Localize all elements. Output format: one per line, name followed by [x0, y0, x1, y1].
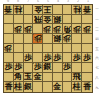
square-5-8[interactable]: [43, 73, 53, 83]
rank-label-7: 七: [95, 65, 98, 71]
square-9-4[interactable]: [4, 34, 14, 44]
square-1-9[interactable]: 香: [82, 82, 92, 92]
square-8-1[interactable]: 桂: [14, 5, 24, 15]
square-7-2[interactable]: [24, 15, 34, 25]
square-6-5[interactable]: [33, 44, 43, 54]
square-9-9[interactable]: 香: [4, 82, 14, 92]
square-8-4[interactable]: [14, 34, 24, 44]
square-7-3[interactable]: 歩: [24, 24, 34, 34]
square-4-4[interactable]: 銀: [53, 34, 63, 44]
square-3-8[interactable]: [63, 73, 73, 83]
piece-gote-金[interactable]: 金: [34, 5, 42, 13]
square-4-9[interactable]: 金: [53, 82, 63, 92]
piece-gote-歩[interactable]: 歩: [43, 25, 51, 33]
file-label-4: 4: [55, 0, 61, 2]
square-4-7[interactable]: [53, 63, 63, 73]
piece-gote-桂[interactable]: 桂: [14, 5, 22, 13]
piece-sente-歩[interactable]: 歩: [53, 54, 61, 62]
square-9-6[interactable]: [4, 53, 14, 63]
square-8-3[interactable]: 歩: [14, 24, 24, 34]
square-8-8[interactable]: 角: [14, 73, 24, 83]
square-4-1[interactable]: [53, 5, 63, 15]
rank-label-6: 六: [95, 56, 98, 62]
piece-gote-香[interactable]: 香: [83, 5, 91, 13]
piece-sente-角[interactable]: 角: [14, 73, 22, 81]
file-label-5: 5: [45, 0, 51, 2]
square-2-5[interactable]: [72, 44, 82, 54]
rank-label-3: 三: [95, 26, 98, 32]
piece-sente-歩[interactable]: 歩: [73, 54, 81, 62]
piece-gote-歩[interactable]: 歩: [4, 44, 12, 52]
piece-sente-歩[interactable]: 歩: [4, 63, 12, 71]
file-label-9: 9: [5, 0, 11, 2]
file-label-1: 1: [85, 0, 91, 2]
square-9-2[interactable]: [4, 15, 14, 25]
piece-sente-桂[interactable]: 桂: [73, 83, 81, 91]
square-9-1[interactable]: 香: [4, 5, 14, 15]
file-label-8: 8: [15, 0, 21, 2]
piece-sente-金[interactable]: 金: [34, 73, 42, 81]
square-2-4[interactable]: [72, 34, 82, 44]
piece-sente-歩[interactable]: 歩: [34, 63, 42, 71]
square-9-7[interactable]: 歩: [4, 63, 14, 73]
piece-sente-歩[interactable]: 歩: [83, 54, 91, 62]
square-2-7[interactable]: [72, 63, 82, 73]
square-2-9[interactable]: 桂: [72, 82, 82, 92]
piece-gote-歩[interactable]: 歩: [24, 25, 32, 33]
square-7-6[interactable]: 歩: [24, 53, 34, 63]
square-3-1[interactable]: [63, 5, 73, 15]
square-6-3[interactable]: [33, 24, 43, 34]
square-8-5[interactable]: [14, 44, 24, 54]
square-3-2[interactable]: [63, 15, 73, 25]
square-3-3[interactable]: 角: [63, 24, 73, 34]
square-7-9[interactable]: 銀: [24, 82, 34, 92]
piece-gote-歩[interactable]: 歩: [63, 34, 71, 42]
piece-sente-歩[interactable]: 歩: [63, 63, 71, 71]
piece-sente-金[interactable]: 金: [53, 83, 61, 91]
square-2-8[interactable]: 飛: [72, 73, 82, 83]
square-1-6[interactable]: 歩: [82, 53, 92, 63]
piece-sente-香[interactable]: 香: [4, 83, 12, 91]
piece-gote-歩[interactable]: 歩: [83, 25, 91, 33]
square-7-8[interactable]: 玉: [24, 73, 34, 83]
rank-label-9: 九: [95, 85, 98, 91]
piece-sente-歩[interactable]: 歩: [43, 54, 51, 62]
piece-gote-金[interactable]: 金: [43, 15, 51, 23]
file-label-3: 3: [65, 0, 71, 2]
square-6-9[interactable]: [33, 82, 43, 92]
piece-sente-玉[interactable]: 玉: [24, 73, 32, 81]
piece-sente-香[interactable]: 香: [83, 83, 91, 91]
shogi-board: 香桂金王桂香飛金銀歩歩歩歩角歩歩歩銀歩歩歩歩歩歩歩歩歩歩銀歩角玉金飛香桂銀金桂香: [3, 4, 93, 93]
rank-label-8: 八: [95, 75, 98, 81]
square-4-3[interactable]: 歩: [53, 24, 63, 34]
square-1-1[interactable]: 香: [82, 5, 92, 15]
square-5-6[interactable]: 歩: [43, 53, 53, 63]
square-6-1[interactable]: 金: [33, 5, 43, 15]
rank-coordinates: 一二三四五六七八九: [94, 4, 100, 93]
piece-sente-飛[interactable]: 飛: [73, 73, 81, 81]
square-5-9[interactable]: [43, 82, 53, 92]
square-6-2[interactable]: 飛: [33, 15, 43, 25]
square-9-5[interactable]: 歩: [4, 44, 14, 54]
square-7-7[interactable]: [24, 63, 34, 73]
square-2-2[interactable]: [72, 15, 82, 25]
square-6-7[interactable]: 歩: [33, 63, 43, 73]
rank-label-1: 一: [95, 6, 98, 12]
piece-gote-歩[interactable]: 歩: [73, 25, 81, 33]
square-5-5[interactable]: [43, 44, 53, 54]
piece-gote-歩[interactable]: 歩: [14, 25, 22, 33]
rank-label-4: 四: [95, 36, 98, 42]
square-8-9[interactable]: 桂: [14, 82, 24, 92]
shogi-diagram: 987654321 一二三四五六七八九 香桂金王桂香飛金銀歩歩歩歩角歩歩歩銀歩歩…: [0, 0, 100, 100]
square-6-4[interactable]: 歩: [33, 34, 43, 44]
square-1-4[interactable]: [82, 34, 92, 44]
square-7-5[interactable]: [24, 44, 34, 54]
square-4-5[interactable]: [53, 44, 63, 54]
square-7-4[interactable]: [24, 34, 34, 44]
square-9-3[interactable]: [4, 24, 14, 34]
piece-gote-歩[interactable]: 歩: [53, 25, 61, 33]
piece-gote-銀[interactable]: 銀: [53, 15, 61, 23]
piece-sente-桂[interactable]: 桂: [14, 83, 22, 91]
piece-gote-銀[interactable]: 銀: [53, 34, 61, 42]
square-5-7[interactable]: 銀: [43, 63, 53, 73]
piece-gote-桂[interactable]: 桂: [73, 5, 81, 13]
square-3-4[interactable]: 歩: [63, 34, 73, 44]
piece-gote-角[interactable]: 角: [63, 25, 71, 33]
square-1-8[interactable]: [82, 73, 92, 83]
square-7-1[interactable]: [24, 5, 34, 15]
square-8-6[interactable]: [14, 53, 24, 63]
square-3-5[interactable]: [63, 44, 73, 54]
square-4-2[interactable]: 銀: [53, 15, 63, 25]
file-label-2: 2: [75, 0, 81, 2]
square-1-3[interactable]: 歩: [82, 24, 92, 34]
square-2-1[interactable]: 桂: [72, 5, 82, 15]
square-6-6[interactable]: [33, 53, 43, 63]
file-label-6: 6: [35, 0, 41, 2]
square-5-4[interactable]: [43, 34, 53, 44]
square-8-2[interactable]: [14, 15, 24, 25]
piece-gote-王[interactable]: 王: [43, 5, 51, 13]
square-5-2[interactable]: 金: [43, 15, 53, 25]
piece-sente-銀[interactable]: 銀: [24, 83, 32, 91]
square-3-9[interactable]: [63, 82, 73, 92]
square-9-8[interactable]: [4, 73, 14, 83]
square-2-6[interactable]: 歩: [72, 53, 82, 63]
square-5-1[interactable]: 王: [43, 5, 53, 15]
piece-sente-銀[interactable]: 銀: [43, 63, 51, 71]
piece-sente-歩[interactable]: 歩: [24, 54, 32, 62]
piece-gote-香[interactable]: 香: [4, 5, 12, 13]
rank-label-2: 二: [95, 16, 98, 22]
square-6-8[interactable]: 金: [33, 73, 43, 83]
piece-sente-歩[interactable]: 歩: [14, 63, 22, 71]
square-3-6[interactable]: [63, 53, 73, 63]
rank-label-5: 五: [95, 46, 98, 52]
piece-gote-歩[interactable]: 歩: [34, 34, 42, 42]
file-label-7: 7: [25, 0, 31, 2]
square-4-8[interactable]: [53, 73, 63, 83]
square-3-7[interactable]: 歩: [63, 63, 73, 73]
square-5-3[interactable]: 歩: [43, 24, 53, 34]
square-1-5[interactable]: [82, 44, 92, 54]
square-1-7[interactable]: [82, 63, 92, 73]
square-8-7[interactable]: 歩: [14, 63, 24, 73]
square-2-3[interactable]: 歩: [72, 24, 82, 34]
square-4-6[interactable]: 歩: [53, 53, 63, 63]
piece-gote-飛[interactable]: 飛: [34, 15, 42, 23]
square-1-2[interactable]: [82, 15, 92, 25]
